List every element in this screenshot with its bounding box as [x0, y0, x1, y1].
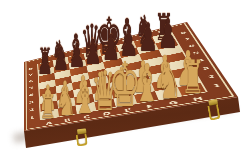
piece-white-rook-h1[interactable]: ♜ [181, 56, 204, 102]
piece-white-rook-a1[interactable]: ♜ [40, 91, 57, 124]
chess-set-photo: AABBCCDDEEFFGGHH1122334455667788 ♜♞♝♛♚♝♞… [0, 0, 242, 151]
piece-white-knight-g1[interactable]: ♞ [156, 56, 181, 106]
pieces-layer: ♜♞♝♛♚♝♞♜♟♟♟♟♟♟♟♟♟♟♟♟♟♟♟♟♜♞♝♛♚♝♞♜ [0, 0, 242, 151]
piece-black-pawn-a7[interactable]: ♟ [37, 49, 53, 80]
piece-black-pawn-b7[interactable]: ♟ [52, 44, 68, 76]
